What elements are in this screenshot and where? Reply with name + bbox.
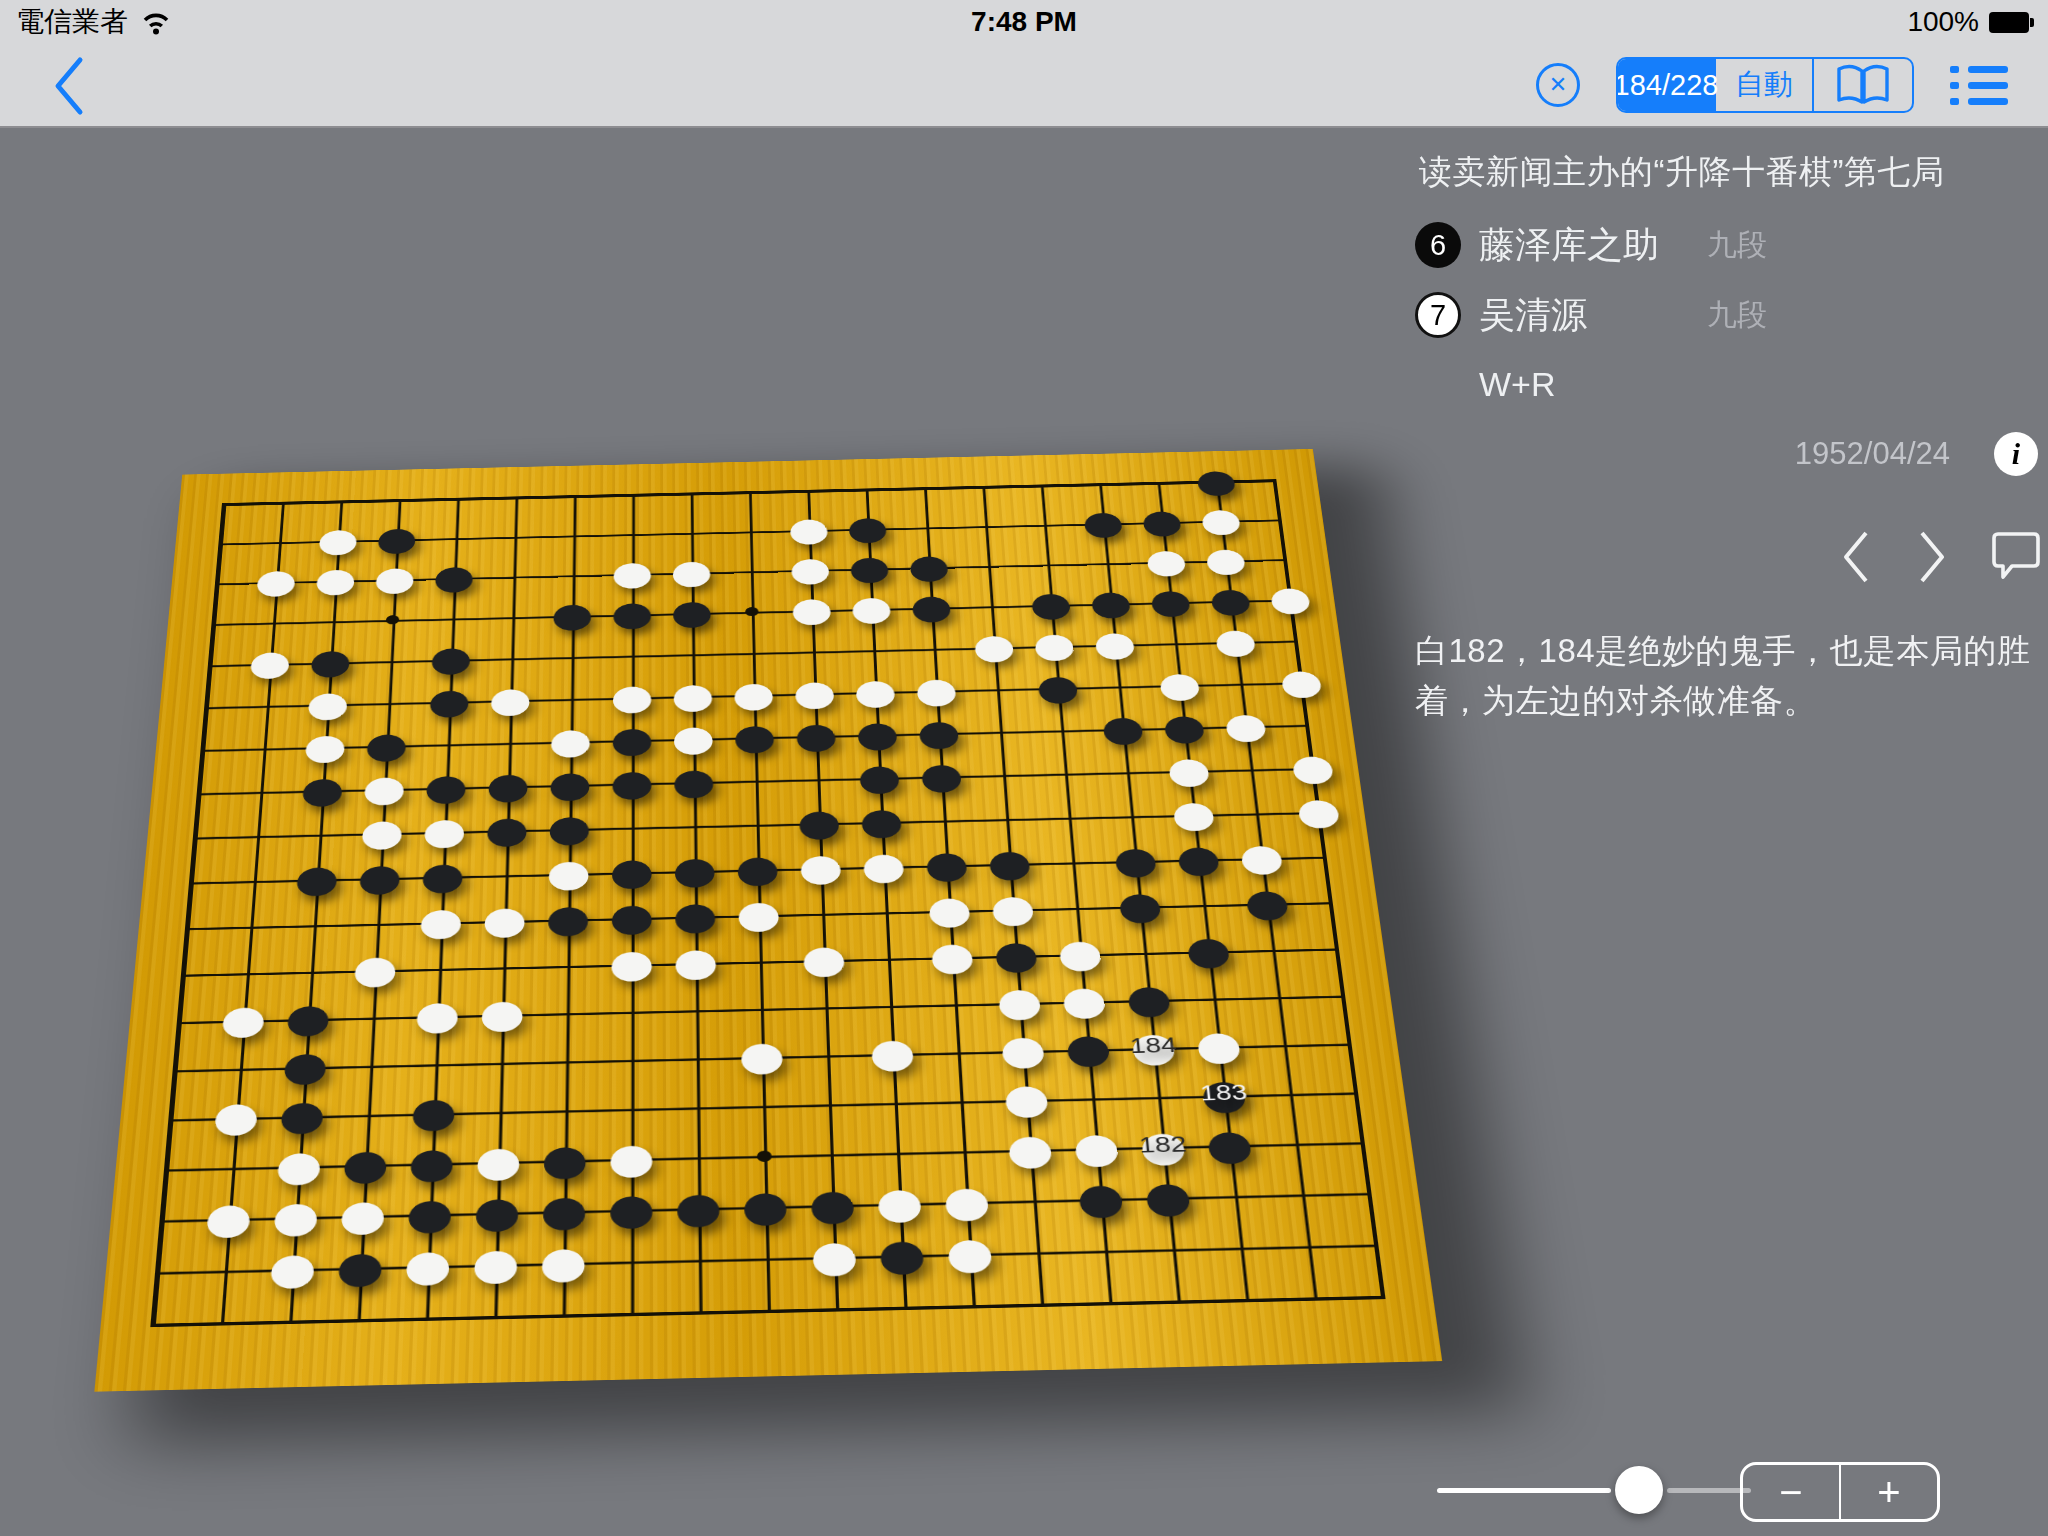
go-board[interactable]: ●●●●●●●●●●●●●●●●●●●●●●●●●●●●●●●●●●●●●●●●… — [94, 449, 1442, 1392]
game-result: W+R — [1479, 365, 2048, 404]
white-player-rank: 九段 — [1707, 295, 1767, 336]
battery-icon — [1989, 12, 2034, 33]
slider-track-filled — [1437, 1488, 1611, 1493]
move-counter-label: 184/228 — [1616, 69, 1718, 102]
black-player-name: 藤泽库之助 — [1479, 221, 1707, 270]
info-button[interactable]: i — [1994, 432, 2038, 476]
auto-play-label: 自動 — [1735, 65, 1793, 105]
comment-bubble-button[interactable] — [1990, 530, 2042, 584]
next-move-button[interactable] — [1914, 528, 1950, 586]
close-icon: ✕ — [1549, 72, 1567, 98]
book-icon — [1834, 62, 1892, 108]
move-comment: 白182，184是绝妙的鬼手，也是本局的胜着，为左边的对杀做准备。 — [1415, 626, 2048, 725]
slider-track-empty — [1667, 1488, 1751, 1493]
game-title: 读卖新闻主办的“升降十番棋”第七局 — [1415, 128, 2048, 203]
move-list-button[interactable] — [1950, 66, 2008, 105]
game-date: 1952/04/24 — [1795, 436, 1950, 472]
white-player-name: 吴清源 — [1479, 291, 1707, 340]
game-info-panel: 读卖新闻主办的“升降十番棋”第七局 6 藤泽库之助 九段 7 吴清源 九段 W+… — [1415, 128, 2048, 725]
zoom-stepper: − + — [1740, 1462, 1940, 1522]
move-counter-button[interactable]: 184/228 — [1618, 59, 1716, 111]
board-grid: ●●●●●●●●●●●●●●●●●●●●●●●●●●●●●●●●●●●●●●●●… — [153, 480, 1384, 1325]
white-player-row: 7 吴清源 九段 — [1415, 287, 2048, 343]
black-stone-badge: 6 — [1415, 222, 1461, 268]
black-player-rank: 九段 — [1707, 225, 1767, 266]
close-button[interactable]: ✕ — [1536, 63, 1580, 107]
toolbar: ✕ 184/228 自動 — [0, 44, 2048, 128]
battery-percent: 100% — [1907, 6, 1979, 38]
back-button[interactable] — [48, 54, 108, 118]
plus-icon: + — [1877, 1470, 1900, 1515]
white-stone-badge: 7 — [1415, 292, 1461, 338]
speed-slider[interactable] — [1437, 1466, 1751, 1514]
clock: 7:48 PM — [0, 6, 2048, 38]
zoom-out-button[interactable]: − — [1743, 1465, 1841, 1519]
minus-icon: − — [1779, 1470, 1802, 1515]
auto-play-button[interactable]: 自動 — [1716, 59, 1814, 111]
info-icon: i — [2012, 437, 2020, 471]
black-player-row: 6 藤泽库之助 九段 — [1415, 217, 2048, 273]
book-button[interactable] — [1814, 59, 1912, 111]
zoom-in-button[interactable]: + — [1841, 1465, 1937, 1519]
move-segmented-control: 184/228 自動 — [1616, 57, 1914, 113]
board-border — [150, 479, 1385, 1327]
slider-thumb[interactable] — [1615, 1466, 1663, 1514]
status-bar: 電信業者 7:48 PM 100% — [0, 0, 2048, 44]
prev-move-button[interactable] — [1838, 528, 1874, 586]
